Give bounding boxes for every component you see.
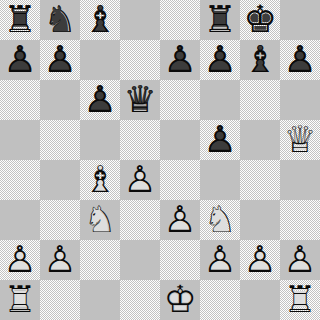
square-e2[interactable] <box>160 240 200 280</box>
black-pawn-icon: ♟♙ <box>200 40 240 80</box>
square-b3[interactable] <box>40 200 80 240</box>
black-rook-icon: ♜♖ <box>200 0 240 40</box>
square-d8[interactable] <box>120 0 160 40</box>
black-pawn-icon: ♟♙ <box>160 40 200 80</box>
square-g4[interactable] <box>240 160 280 200</box>
square-a6[interactable] <box>0 80 40 120</box>
square-c1[interactable] <box>80 280 120 320</box>
square-g8[interactable]: ♚♔ <box>240 0 280 40</box>
square-b6[interactable] <box>40 80 80 120</box>
black-pawn-icon: ♟♙ <box>200 120 240 160</box>
white-rook-icon: ♜♖ <box>0 280 40 320</box>
square-h7[interactable]: ♟♙ <box>280 40 320 80</box>
black-pawn-icon: ♟♙ <box>0 40 40 80</box>
square-h3[interactable] <box>280 200 320 240</box>
rook-glyph-outline: ♖ <box>0 280 40 320</box>
square-h2[interactable]: ♟♙ <box>280 240 320 280</box>
pawn-glyph-outline: ♙ <box>160 200 200 240</box>
square-h8[interactable] <box>280 0 320 40</box>
black-pawn-icon: ♟♙ <box>40 40 80 80</box>
pawn-glyph-outline: ♙ <box>280 240 320 280</box>
white-pawn-icon: ♟♙ <box>0 240 40 280</box>
queen-glyph-outline: ♕ <box>120 80 160 120</box>
white-knight-icon: ♞♘ <box>80 200 120 240</box>
pawn-glyph-outline: ♙ <box>80 80 120 120</box>
square-e8[interactable] <box>160 0 200 40</box>
square-d2[interactable] <box>120 240 160 280</box>
square-b5[interactable] <box>40 120 80 160</box>
square-e4[interactable] <box>160 160 200 200</box>
pawn-glyph-outline: ♙ <box>200 120 240 160</box>
square-e6[interactable] <box>160 80 200 120</box>
square-a4[interactable] <box>0 160 40 200</box>
black-pawn-icon: ♟♙ <box>80 80 120 120</box>
square-f1[interactable] <box>200 280 240 320</box>
square-c7[interactable] <box>80 40 120 80</box>
black-knight-icon: ♞♘ <box>40 0 80 40</box>
square-f8[interactable]: ♜♖ <box>200 0 240 40</box>
square-d1[interactable] <box>120 280 160 320</box>
square-b8[interactable]: ♞♘ <box>40 0 80 40</box>
black-king-icon: ♚♔ <box>240 0 280 40</box>
knight-glyph-outline: ♘ <box>200 200 240 240</box>
rook-glyph-outline: ♖ <box>280 280 320 320</box>
square-b4[interactable] <box>40 160 80 200</box>
square-a5[interactable] <box>0 120 40 160</box>
square-g7[interactable]: ♝♗ <box>240 40 280 80</box>
white-rook-icon: ♜♖ <box>280 280 320 320</box>
king-glyph-outline: ♔ <box>160 280 200 320</box>
square-g6[interactable] <box>240 80 280 120</box>
square-f3[interactable]: ♞♘ <box>200 200 240 240</box>
pawn-glyph-outline: ♙ <box>240 240 280 280</box>
square-e3[interactable]: ♟♙ <box>160 200 200 240</box>
square-c4[interactable]: ♝♗ <box>80 160 120 200</box>
square-a3[interactable] <box>0 200 40 240</box>
square-c6[interactable]: ♟♙ <box>80 80 120 120</box>
square-e7[interactable]: ♟♙ <box>160 40 200 80</box>
square-c2[interactable] <box>80 240 120 280</box>
square-g3[interactable] <box>240 200 280 240</box>
chess-diagram: ♜♖♞♘♝♗♜♖♚♔♟♙♟♙♟♙♟♙♝♗♟♙♟♙♛♕♟♙♛♕♝♗♟♙♞♘♟♙♞♘… <box>0 0 320 320</box>
white-bishop-icon: ♝♗ <box>80 160 120 200</box>
square-d4[interactable]: ♟♙ <box>120 160 160 200</box>
pawn-glyph-outline: ♙ <box>200 40 240 80</box>
square-e1[interactable]: ♚♔ <box>160 280 200 320</box>
white-pawn-icon: ♟♙ <box>160 200 200 240</box>
bishop-glyph-outline: ♗ <box>80 160 120 200</box>
pawn-glyph-outline: ♙ <box>120 160 160 200</box>
pawn-glyph-outline: ♙ <box>0 240 40 280</box>
square-a2[interactable]: ♟♙ <box>0 240 40 280</box>
square-e5[interactable] <box>160 120 200 160</box>
black-rook-icon: ♜♖ <box>0 0 40 40</box>
pawn-glyph-outline: ♙ <box>40 240 80 280</box>
square-b1[interactable] <box>40 280 80 320</box>
white-pawn-icon: ♟♙ <box>120 160 160 200</box>
black-pawn-icon: ♟♙ <box>280 40 320 80</box>
knight-glyph-outline: ♘ <box>40 0 80 40</box>
black-bishop-icon: ♝♗ <box>240 40 280 80</box>
black-queen-icon: ♛♕ <box>120 80 160 120</box>
square-h4[interactable] <box>280 160 320 200</box>
square-d3[interactable] <box>120 200 160 240</box>
white-pawn-icon: ♟♙ <box>240 240 280 280</box>
queen-glyph-outline: ♕ <box>280 120 320 160</box>
white-queen-icon: ♛♕ <box>280 120 320 160</box>
white-pawn-icon: ♟♙ <box>200 240 240 280</box>
square-g1[interactable] <box>240 280 280 320</box>
square-h1[interactable]: ♜♖ <box>280 280 320 320</box>
black-bishop-icon: ♝♗ <box>80 0 120 40</box>
pawn-glyph-outline: ♙ <box>0 40 40 80</box>
square-c8[interactable]: ♝♗ <box>80 0 120 40</box>
pawn-glyph-outline: ♙ <box>40 40 80 80</box>
square-d5[interactable] <box>120 120 160 160</box>
square-c3[interactable]: ♞♘ <box>80 200 120 240</box>
bishop-glyph-outline: ♗ <box>80 0 120 40</box>
square-h5[interactable]: ♛♕ <box>280 120 320 160</box>
square-a7[interactable]: ♟♙ <box>0 40 40 80</box>
square-b7[interactable]: ♟♙ <box>40 40 80 80</box>
king-glyph-outline: ♔ <box>240 0 280 40</box>
square-f4[interactable] <box>200 160 240 200</box>
square-a1[interactable]: ♜♖ <box>0 280 40 320</box>
square-f7[interactable]: ♟♙ <box>200 40 240 80</box>
square-a8[interactable]: ♜♖ <box>0 0 40 40</box>
white-king-icon: ♚♔ <box>160 280 200 320</box>
square-g2[interactable]: ♟♙ <box>240 240 280 280</box>
pawn-glyph-outline: ♙ <box>160 40 200 80</box>
pawn-glyph-outline: ♙ <box>280 40 320 80</box>
knight-glyph-outline: ♘ <box>80 200 120 240</box>
pawn-glyph-outline: ♙ <box>200 240 240 280</box>
bishop-glyph-outline: ♗ <box>240 40 280 80</box>
square-c5[interactable] <box>80 120 120 160</box>
white-pawn-icon: ♟♙ <box>40 240 80 280</box>
square-f2[interactable]: ♟♙ <box>200 240 240 280</box>
square-h6[interactable] <box>280 80 320 120</box>
rook-glyph-outline: ♖ <box>0 0 40 40</box>
square-b2[interactable]: ♟♙ <box>40 240 80 280</box>
white-pawn-icon: ♟♙ <box>280 240 320 280</box>
square-g5[interactable] <box>240 120 280 160</box>
square-d7[interactable] <box>120 40 160 80</box>
square-f6[interactable] <box>200 80 240 120</box>
square-f5[interactable]: ♟♙ <box>200 120 240 160</box>
white-knight-icon: ♞♘ <box>200 200 240 240</box>
rook-glyph-outline: ♖ <box>200 0 240 40</box>
square-d6[interactable]: ♛♕ <box>120 80 160 120</box>
chess-board: ♜♖♞♘♝♗♜♖♚♔♟♙♟♙♟♙♟♙♝♗♟♙♟♙♛♕♟♙♛♕♝♗♟♙♞♘♟♙♞♘… <box>0 0 320 320</box>
